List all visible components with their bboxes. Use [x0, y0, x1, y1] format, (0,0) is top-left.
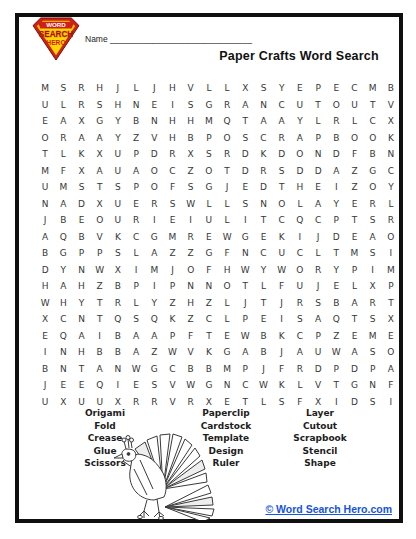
grid-cell: Z — [200, 295, 218, 312]
word-list-item: Shape — [265, 457, 375, 470]
grid-cell: J — [36, 377, 54, 394]
grid-cell: T — [91, 295, 109, 312]
origami-turkey-illustration — [113, 427, 219, 520]
grid-cell: Y — [109, 113, 127, 130]
grid-cell: Q — [91, 377, 109, 394]
grid-cell: P — [200, 130, 218, 147]
grid-cell: L — [200, 196, 218, 213]
svg-text:WORD: WORD — [46, 21, 66, 28]
grid-cell: F — [382, 377, 400, 394]
grid-cell: L — [291, 196, 309, 213]
grid-cell: L — [382, 196, 400, 213]
grid-cell: A — [127, 328, 145, 345]
grid-cell: G — [236, 229, 254, 246]
grid-cell: T — [91, 311, 109, 328]
grid-cell: E — [163, 212, 181, 229]
grid-cell: B — [327, 130, 345, 147]
grid-cell: I — [127, 262, 145, 279]
grid-cell: X — [91, 146, 109, 163]
grid-cell: E — [254, 311, 272, 328]
grid-cell: T — [236, 113, 254, 130]
grid-cell: A — [54, 113, 72, 130]
grid-cell: F — [182, 328, 200, 345]
grid-cell: Y — [327, 196, 345, 213]
grid-cell: I — [236, 212, 254, 229]
grid-cell: S — [364, 212, 382, 229]
grid-cell: Y — [54, 262, 72, 279]
grid-cell: B — [182, 130, 200, 147]
grid-cell: N — [54, 344, 72, 361]
grid-cell: Y — [145, 295, 163, 312]
grid-cell: S — [145, 377, 163, 394]
grid-cell: N — [254, 97, 272, 114]
grid-cell: C — [273, 212, 291, 229]
grid-cell: G — [218, 344, 236, 361]
grid-cell: R — [182, 229, 200, 246]
grid-cell: I — [182, 212, 200, 229]
grid-cell: C — [54, 311, 72, 328]
grid-cell: X — [182, 146, 200, 163]
grid-cell: K — [72, 146, 90, 163]
grid-cell: K — [382, 130, 400, 147]
grid-cell: Z — [182, 245, 200, 262]
grid-cell: M — [36, 163, 54, 180]
grid-cell: N — [254, 196, 272, 213]
grid-cell: A — [36, 229, 54, 246]
grid-cell: A — [273, 113, 291, 130]
grid-cell: Y — [291, 113, 309, 130]
grid-cell: A — [309, 311, 327, 328]
svg-text:SEARCH: SEARCH — [39, 30, 73, 39]
grid-cell: N — [236, 245, 254, 262]
grid-cell: F — [218, 245, 236, 262]
grid-cell: U — [109, 163, 127, 180]
grid-cell: X — [72, 163, 90, 180]
grid-cell: S — [236, 196, 254, 213]
grid-cell: O — [382, 229, 400, 246]
grid-cell: I — [36, 344, 54, 361]
grid-cell: I — [327, 179, 345, 196]
grid-cell: Z — [163, 245, 181, 262]
logo-shield-icon: WORD SEARCH HERO — [32, 17, 80, 61]
grid-cell: L — [127, 295, 145, 312]
grid-cell: M — [382, 262, 400, 279]
grid-cell: V — [382, 97, 400, 114]
grid-cell: T — [345, 212, 363, 229]
word-grid: MSRHJLJHVLLXSYEPECMBULRSHNEISGRANCUTOUTV… — [36, 80, 400, 410]
grid-cell: O — [182, 262, 200, 279]
grid-cell: R — [54, 130, 72, 147]
grid-cell: I — [109, 377, 127, 394]
grid-cell: F — [273, 278, 291, 295]
grid-cell: G — [54, 245, 72, 262]
grid-cell: F — [345, 146, 363, 163]
grid-cell: B — [91, 344, 109, 361]
grid-cell: W — [36, 295, 54, 312]
grid-cell: G — [145, 229, 163, 246]
word-search-hero-link[interactable]: © Word Search Hero.com — [265, 503, 392, 515]
grid-cell: H — [72, 278, 90, 295]
grid-cell: M — [200, 113, 218, 130]
grid-cell: B — [327, 295, 345, 312]
grid-cell: G — [364, 163, 382, 180]
grid-cell: R — [273, 130, 291, 147]
grid-cell: Q — [218, 113, 236, 130]
word-list-item: Stencil — [265, 445, 375, 458]
grid-cell: E — [345, 196, 363, 213]
grid-cell: S — [200, 146, 218, 163]
grid-cell: C — [382, 163, 400, 180]
grid-cell: P — [127, 146, 145, 163]
grid-cell: U — [109, 212, 127, 229]
grid-cell: X — [36, 311, 54, 328]
grid-cell: E — [345, 328, 363, 345]
grid-cell: L — [345, 278, 363, 295]
grid-cell: H — [72, 344, 90, 361]
grid-cell: A — [145, 245, 163, 262]
grid-cell: D — [327, 229, 345, 246]
grid-cell: I — [382, 245, 400, 262]
grid-cell: A — [54, 278, 72, 295]
grid-cell: U — [291, 97, 309, 114]
grid-cell: F — [273, 361, 291, 378]
grid-cell: O — [382, 344, 400, 361]
grid-cell: L — [218, 212, 236, 229]
grid-cell: N — [54, 361, 72, 378]
grid-cell: W — [236, 262, 254, 279]
grid-cell: A — [91, 130, 109, 147]
grid-cell: O — [145, 179, 163, 196]
grid-cell: E — [72, 377, 90, 394]
grid-cell: R — [145, 196, 163, 213]
grid-cell: R — [382, 212, 400, 229]
grid-cell: P — [364, 361, 382, 378]
grid-cell: Q — [291, 212, 309, 229]
grid-cell: T — [36, 146, 54, 163]
grid-cell: N — [36, 196, 54, 213]
grid-cell: E — [327, 80, 345, 97]
grid-cell: N — [382, 146, 400, 163]
grid-cell: Q — [54, 229, 72, 246]
grid-cell: J — [254, 361, 272, 378]
grid-cell: Y — [72, 295, 90, 312]
grid-cell: R — [72, 80, 90, 97]
grid-cell: Y — [273, 80, 291, 97]
grid-cell: A — [291, 130, 309, 147]
grid-cell: R — [163, 146, 181, 163]
grid-cell: J — [273, 295, 291, 312]
grid-cell: W — [218, 229, 236, 246]
grid-cell: P — [127, 278, 145, 295]
grid-cell: S — [236, 130, 254, 147]
grid-cell: C — [163, 163, 181, 180]
grid-cell: I — [145, 278, 163, 295]
grid-cell: L — [127, 245, 145, 262]
page-title: Paper Crafts Word Search — [215, 49, 383, 63]
grid-cell: G — [145, 361, 163, 378]
grid-cell: A — [382, 361, 400, 378]
grid-cell: N — [182, 278, 200, 295]
grid-cell: C — [309, 212, 327, 229]
grid-cell: W — [182, 377, 200, 394]
grid-cell: T — [327, 245, 345, 262]
grid-cell: Z — [345, 179, 363, 196]
grid-cell: A — [291, 344, 309, 361]
grid-cell: J — [145, 80, 163, 97]
grid-cell: J — [236, 295, 254, 312]
grid-cell: T — [200, 328, 218, 345]
grid-cell: O — [218, 278, 236, 295]
grid-cell: W — [236, 328, 254, 345]
grid-cell: D — [345, 361, 363, 378]
grid-cell: L — [345, 113, 363, 130]
grid-cell: T — [273, 179, 291, 196]
grid-cell: Z — [145, 344, 163, 361]
grid-cell: Z — [345, 163, 363, 180]
grid-cell: F — [163, 179, 181, 196]
grid-cell: A — [54, 196, 72, 213]
grid-cell: A — [127, 344, 145, 361]
grid-cell: F — [200, 262, 218, 279]
grid-cell: A — [127, 163, 145, 180]
grid-cell: L — [54, 97, 72, 114]
grid-cell: Z — [91, 278, 109, 295]
grid-cell: E — [127, 377, 145, 394]
grid-cell: C — [200, 311, 218, 328]
grid-cell: P — [309, 80, 327, 97]
grid-cell: N — [72, 311, 90, 328]
grid-cell: S — [127, 311, 145, 328]
grid-cell: I — [291, 229, 309, 246]
grid-cell: P — [127, 179, 145, 196]
grid-cell: L — [309, 245, 327, 262]
name-blank-line: ______________________________ — [110, 34, 252, 44]
grid-cell: S — [291, 311, 309, 328]
grid-cell: P — [91, 245, 109, 262]
word-list-item: Cutout — [265, 420, 375, 433]
grid-cell: A — [145, 328, 163, 345]
grid-cell: J — [273, 344, 291, 361]
grid-cell: V — [182, 80, 200, 97]
grid-cell: T — [327, 377, 345, 394]
grid-cell: S — [182, 97, 200, 114]
grid-cell: H — [182, 113, 200, 130]
grid-cell: S — [91, 97, 109, 114]
grid-cell: S — [364, 344, 382, 361]
grid-cell: U — [109, 146, 127, 163]
grid-cell: E — [36, 328, 54, 345]
grid-cell: G — [200, 97, 218, 114]
grid-cell: B — [200, 361, 218, 378]
grid-cell: Q — [109, 311, 127, 328]
grid-cell: Q — [327, 311, 345, 328]
grid-cell: U — [36, 97, 54, 114]
grid-cell: O — [273, 196, 291, 213]
grid-cell: W — [273, 262, 291, 279]
grid-cell: B — [109, 328, 127, 345]
grid-cell: K — [200, 344, 218, 361]
grid-cell: I — [163, 97, 181, 114]
grid-cell: S — [364, 311, 382, 328]
grid-cell: S — [254, 80, 272, 97]
grid-cell: I — [273, 311, 291, 328]
grid-cell: M — [36, 80, 54, 97]
grid-cell: D — [273, 146, 291, 163]
grid-cell: Y — [109, 130, 127, 147]
grid-cell: Z — [327, 328, 345, 345]
grid-cell: U — [309, 344, 327, 361]
grid-cell: X — [72, 113, 90, 130]
grid-cell: S — [72, 179, 90, 196]
grid-cell: C — [273, 97, 291, 114]
grid-cell: X — [109, 262, 127, 279]
grid-cell: W — [254, 377, 272, 394]
grid-cell: N — [364, 377, 382, 394]
grid-cell: B — [36, 245, 54, 262]
grid-cell: H — [218, 262, 236, 279]
grid-cell: M — [364, 80, 382, 97]
grid-cell: T — [236, 278, 254, 295]
word-list-3: LayerCutoutScrapbookStencilShape — [265, 407, 375, 470]
grid-cell: L — [54, 146, 72, 163]
grid-cell: H — [54, 295, 72, 312]
grid-cell: E — [291, 80, 309, 97]
grid-cell: B — [109, 278, 127, 295]
grid-cell: N — [127, 97, 145, 114]
grid-cell: T — [345, 311, 363, 328]
grid-cell: W — [163, 344, 181, 361]
grid-cell: N — [200, 278, 218, 295]
grid-cell: H — [36, 278, 54, 295]
grid-cell: A — [327, 163, 345, 180]
grid-cell: R — [72, 97, 90, 114]
grid-cell: W — [91, 262, 109, 279]
grid-cell: R — [327, 113, 345, 130]
grid-cell: P — [345, 262, 363, 279]
grid-cell: P — [327, 212, 345, 229]
grid-cell: K — [273, 229, 291, 246]
grid-cell: I — [364, 262, 382, 279]
grid-cell: X — [364, 278, 382, 295]
grid-cell: A — [236, 344, 254, 361]
grid-cell: Z — [127, 130, 145, 147]
grid-cell: C — [127, 229, 145, 246]
grid-cell: B — [254, 328, 272, 345]
grid-cell: O — [364, 130, 382, 147]
grid-cell: V — [182, 344, 200, 361]
grid-cell: E — [218, 328, 236, 345]
grid-cell: J — [309, 278, 327, 295]
grid-cell: O — [345, 130, 363, 147]
grid-cell: R — [291, 361, 309, 378]
grid-cell: R — [127, 212, 145, 229]
grid-cell: O — [218, 130, 236, 147]
grid-cell: B — [72, 229, 90, 246]
grid-cell: M — [145, 262, 163, 279]
grid-cell: Y — [327, 262, 345, 279]
grid-cell: K — [273, 328, 291, 345]
grid-cell: L — [218, 196, 236, 213]
grid-cell: C — [364, 113, 382, 130]
grid-cell: A — [91, 163, 109, 180]
grid-cell: P — [72, 245, 90, 262]
word-list-item: Origami — [50, 407, 160, 420]
grid-cell: A — [236, 97, 254, 114]
grid-cell: B — [182, 361, 200, 378]
grid-cell: U — [200, 212, 218, 229]
grid-cell: L — [218, 311, 236, 328]
grid-cell: B — [254, 344, 272, 361]
grid-cell: X — [382, 113, 400, 130]
grid-cell: V — [309, 377, 327, 394]
grid-cell: T — [364, 97, 382, 114]
grid-cell: M — [364, 328, 382, 345]
word-list-item: Layer — [265, 407, 375, 420]
grid-cell: B — [127, 113, 145, 130]
grid-cell: Z — [182, 163, 200, 180]
grid-cell: H — [163, 130, 181, 147]
word-search-hero-logo: WORD SEARCH HERO — [32, 17, 80, 61]
grid-cell: H — [163, 113, 181, 130]
grid-cell: G — [345, 377, 363, 394]
grid-cell: R — [218, 146, 236, 163]
grid-cell: P — [163, 278, 181, 295]
grid-cell: H — [291, 179, 309, 196]
grid-cell: B — [382, 80, 400, 97]
grid-cell: Y — [382, 179, 400, 196]
grid-cell: U — [291, 278, 309, 295]
grid-cell: A — [91, 361, 109, 378]
word-list-item: Scrapbook — [265, 432, 375, 445]
grid-cell: X — [91, 196, 109, 213]
grid-cell: K — [254, 146, 272, 163]
grid-cell: E — [145, 97, 163, 114]
grid-cell: M — [163, 229, 181, 246]
grid-cell: R — [309, 262, 327, 279]
grid-cell: N — [72, 262, 90, 279]
grid-cell: R — [218, 97, 236, 114]
grid-cell: T — [309, 97, 327, 114]
grid-cell: E — [382, 328, 400, 345]
grid-cell: S — [54, 80, 72, 97]
grid-cell: F — [54, 163, 72, 180]
grid-cell: C — [291, 328, 309, 345]
grid-cell: Y — [254, 262, 272, 279]
grid-cell: H — [91, 80, 109, 97]
grid-cell: N — [218, 377, 236, 394]
grid-cell: N — [309, 146, 327, 163]
grid-cell: E — [236, 179, 254, 196]
grid-cell: D — [327, 146, 345, 163]
grid-cell: D — [309, 163, 327, 180]
grid-cell: B — [36, 361, 54, 378]
grid-cell: J — [109, 80, 127, 97]
grid-cell: C — [291, 245, 309, 262]
grid-cell: H — [163, 80, 181, 97]
grid-cell: P — [382, 278, 400, 295]
grid-cell: H — [109, 97, 127, 114]
grid-cell: M — [345, 245, 363, 262]
grid-cell: D — [309, 361, 327, 378]
grid-cell: S — [273, 163, 291, 180]
grid-cell: T — [382, 295, 400, 312]
grid-cell: G — [200, 377, 218, 394]
grid-cell: L — [218, 80, 236, 97]
grid-cell: K — [109, 229, 127, 246]
grid-cell: O — [91, 212, 109, 229]
grid-cell: O — [364, 179, 382, 196]
grid-cell: S — [109, 179, 127, 196]
